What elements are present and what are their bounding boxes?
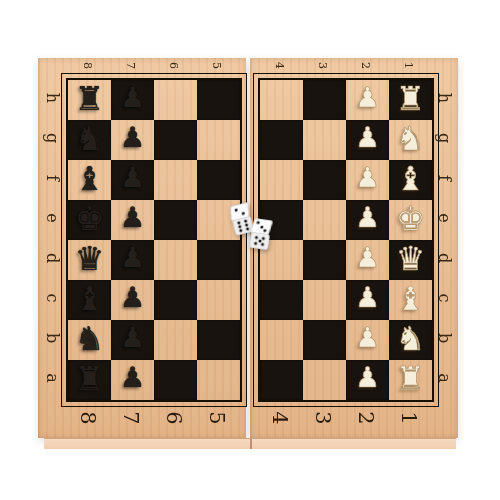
file-label-left-f: f	[32, 165, 72, 191]
rank-label-bottom-4: 4	[268, 397, 292, 440]
square-g8[interactable]: ♞	[68, 120, 111, 160]
rank-label-bottom-8: 8	[76, 397, 100, 440]
black-pawn-f7[interactable]: ♟	[120, 164, 145, 192]
white-pawn-a2[interactable]: ♟	[355, 364, 380, 392]
die-pip	[254, 235, 257, 238]
file-label-left-g: g	[32, 125, 72, 151]
file-label-left-d: d	[32, 245, 72, 271]
rank-label-top-3: 3	[316, 44, 329, 87]
square-d8[interactable]: ♛	[68, 240, 111, 280]
rank-label-top-6: 6	[167, 44, 180, 87]
square-d6[interactable]	[154, 240, 197, 280]
chess-board: ♜♟♞♟♝♟♚♟♛♟♝♟♞♟♜♟ 87658765hgfedcba ♟♜♟♞♟♝…	[38, 58, 462, 438]
die-pip	[261, 243, 264, 246]
black-pawn-b7[interactable]: ♟	[120, 324, 145, 352]
file-label-right-b: b	[424, 325, 464, 351]
die-pip	[258, 239, 261, 242]
square-c4[interactable]	[260, 280, 303, 320]
square-b2[interactable]: ♟	[346, 320, 389, 360]
square-a3[interactable]	[303, 360, 346, 400]
square-a7[interactable]: ♟	[111, 360, 154, 400]
die-pip	[242, 212, 245, 216]
black-bishop-f8[interactable]: ♝	[75, 162, 105, 195]
rank-label-top-8: 8	[81, 44, 94, 87]
die-pip	[263, 228, 267, 231]
square-c3[interactable]	[303, 280, 346, 320]
black-knight-g8[interactable]: ♞	[75, 122, 105, 155]
black-pawn-h7[interactable]: ♟	[120, 84, 145, 112]
file-label-right-d: d	[424, 245, 464, 271]
black-king-e8[interactable]: ♚	[75, 202, 105, 235]
rank-label-bottom-5: 5	[205, 397, 229, 440]
file-label-left-e: e	[32, 205, 72, 231]
black-pawn-e7[interactable]: ♟	[120, 204, 145, 232]
file-label-left-b: b	[32, 325, 72, 351]
square-c8[interactable]: ♝	[68, 280, 111, 320]
die-pip	[235, 208, 238, 212]
die-pip	[253, 242, 256, 245]
black-pawn-d7[interactable]: ♟	[120, 244, 145, 272]
file-label-left-a: a	[32, 365, 72, 391]
board-side-edge	[44, 438, 456, 449]
square-b6[interactable]	[154, 320, 197, 360]
file-label-right-e: e	[424, 205, 464, 231]
square-b4[interactable]	[260, 320, 303, 360]
rank-label-bottom-3: 3	[311, 397, 335, 440]
square-f6[interactable]	[154, 160, 197, 200]
square-g7[interactable]: ♟	[111, 120, 154, 160]
square-e6[interactable]	[154, 200, 197, 240]
white-pawn-f2[interactable]: ♟	[355, 164, 380, 192]
rank-label-bottom-7: 7	[119, 397, 143, 440]
square-f8[interactable]: ♝	[68, 160, 111, 200]
square-a2[interactable]: ♟	[346, 360, 389, 400]
die-pip	[245, 227, 249, 231]
black-rook-a8[interactable]: ♜	[75, 362, 105, 395]
board-left-panel: ♜♟♞♟♝♟♚♟♛♟♝♟♞♟♜♟ 87658765hgfedcba	[38, 58, 246, 438]
black-pawn-a7[interactable]: ♟	[120, 364, 145, 392]
play-area-ranks-4-to-1: ♟♜♟♞♟♝♟♚♟♛♟♝♟♞♟♜	[258, 78, 434, 402]
square-f4[interactable]	[260, 160, 303, 200]
square-c5[interactable]	[197, 280, 240, 320]
white-pawn-g2[interactable]: ♟	[355, 124, 380, 152]
square-d7[interactable]: ♟	[111, 240, 154, 280]
white-rook-a1[interactable]: ♜	[396, 362, 426, 395]
file-label-right-c: c	[424, 285, 464, 311]
square-a5[interactable]	[197, 360, 240, 400]
file-label-right-a: a	[424, 365, 464, 391]
file-label-left-h: h	[32, 85, 72, 111]
square-g6[interactable]	[154, 120, 197, 160]
square-g5[interactable]	[197, 120, 240, 160]
square-a8[interactable]: ♜	[68, 360, 111, 400]
square-g2[interactable]: ♟	[346, 120, 389, 160]
white-pawn-e2[interactable]: ♟	[355, 204, 380, 232]
square-g4[interactable]	[260, 120, 303, 160]
square-f3[interactable]	[303, 160, 346, 200]
die-pip	[262, 237, 265, 240]
rank-label-top-1: 1	[402, 44, 415, 87]
square-e7[interactable]: ♟	[111, 200, 154, 240]
square-f2[interactable]: ♟	[346, 160, 389, 200]
square-a4[interactable]	[260, 360, 303, 400]
die-pip	[257, 221, 261, 224]
file-label-right-h: h	[424, 85, 464, 111]
rank-label-top-7: 7	[124, 44, 137, 87]
file-label-right-f: f	[424, 165, 464, 191]
square-e8[interactable]: ♚	[68, 200, 111, 240]
square-b7[interactable]: ♟	[111, 320, 154, 360]
square-e3[interactable]	[303, 200, 346, 240]
black-queen-d8[interactable]: ♛	[75, 242, 105, 275]
square-f5[interactable]	[197, 160, 240, 200]
die-pip	[239, 229, 243, 233]
square-c7[interactable]: ♟	[111, 280, 154, 320]
product-photo-scene: ♜♟♞♟♝♟♚♟♛♟♝♟♞♟♜♟ 87658765hgfedcba ♟♜♟♞♟♝…	[0, 0, 500, 500]
white-pawn-h2[interactable]: ♟	[355, 84, 380, 112]
square-d5[interactable]	[197, 240, 240, 280]
white-knight-g1[interactable]: ♞	[396, 122, 426, 155]
white-knight-b1[interactable]: ♞	[396, 322, 426, 355]
square-b3[interactable]	[303, 320, 346, 360]
square-e2[interactable]: ♟	[346, 200, 389, 240]
square-g3[interactable]	[303, 120, 346, 160]
white-king-e1[interactable]: ♚	[396, 202, 426, 235]
rank-label-bottom-2: 2	[354, 397, 378, 440]
square-b8[interactable]: ♞	[68, 320, 111, 360]
die-pip	[260, 225, 264, 228]
rank-label-top-2: 2	[359, 44, 372, 87]
square-f7[interactable]: ♟	[111, 160, 154, 200]
play-area-ranks-8-to-5: ♜♟♞♟♝♟♚♟♛♟♝♟♞♟♜♟	[66, 78, 242, 402]
white-pawn-b2[interactable]: ♟	[355, 324, 380, 352]
file-label-right-g: g	[424, 125, 464, 151]
white-queen-d1[interactable]: ♛	[396, 242, 426, 275]
white-pawn-c2[interactable]: ♟	[355, 284, 380, 312]
rank-label-top-4: 4	[273, 44, 286, 87]
square-c6[interactable]	[154, 280, 197, 320]
black-pawn-c7[interactable]: ♟	[120, 284, 145, 312]
black-bishop-c8[interactable]: ♝	[75, 282, 105, 315]
square-b5[interactable]	[197, 320, 240, 360]
white-bishop-c1[interactable]: ♝	[396, 282, 426, 315]
rank-label-top-5: 5	[210, 44, 223, 87]
square-a6[interactable]	[154, 360, 197, 400]
black-pawn-g7[interactable]: ♟	[120, 124, 145, 152]
rank-label-bottom-1: 1	[397, 397, 421, 440]
board-right-panel: ♟♜♟♞♟♝♟♚♟♛♟♝♟♞♟♜ 43214321hgfedcba	[250, 58, 458, 438]
white-bishop-f1[interactable]: ♝	[396, 162, 426, 195]
square-d2[interactable]: ♟	[346, 240, 389, 280]
rank-label-bottom-6: 6	[162, 397, 186, 440]
square-d3[interactable]	[303, 240, 346, 280]
square-c2[interactable]: ♟	[346, 280, 389, 320]
file-label-left-c: c	[32, 285, 72, 311]
white-pawn-d2[interactable]: ♟	[355, 244, 380, 272]
black-knight-b8[interactable]: ♞	[75, 322, 105, 355]
